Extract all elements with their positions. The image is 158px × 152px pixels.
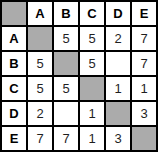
column-header-C: C — [80, 2, 104, 25]
column-header-D: D — [106, 2, 130, 25]
cell-B-B — [54, 52, 78, 75]
cell-A-A — [28, 27, 52, 50]
corner-cell — [2, 2, 26, 25]
column-header-E: E — [132, 2, 156, 25]
cell-C-B: 5 — [54, 77, 78, 100]
cell-A-C: 5 — [80, 27, 104, 50]
cell-C-D: 1 — [106, 77, 130, 100]
cell-E-E — [132, 127, 156, 150]
cell-E-D: 3 — [106, 127, 130, 150]
cell-D-C: 1 — [80, 102, 104, 125]
column-header-B: B — [54, 2, 78, 25]
cell-B-E: 7 — [132, 52, 156, 75]
cell-E-A: 7 — [28, 127, 52, 150]
cell-C-E: 1 — [132, 77, 156, 100]
cell-D-D — [106, 102, 130, 125]
column-header-A: A — [28, 2, 52, 25]
cell-D-E: 3 — [132, 102, 156, 125]
cell-B-D — [106, 52, 130, 75]
row-header-B: B — [2, 52, 26, 75]
row-header-D: D — [2, 102, 26, 125]
cell-E-C: 1 — [80, 127, 104, 150]
cell-C-C — [80, 77, 104, 100]
cell-E-B: 7 — [54, 127, 78, 150]
cell-A-E: 7 — [132, 27, 156, 50]
cell-B-C: 5 — [80, 52, 104, 75]
cell-A-B: 5 — [54, 27, 78, 50]
row-header-E: E — [2, 127, 26, 150]
cell-A-D: 2 — [106, 27, 130, 50]
row-header-C: C — [2, 77, 26, 100]
cell-D-B — [54, 102, 78, 125]
row-header-A: A — [2, 27, 26, 50]
distance-matrix-grid: ABCDEA5527B557C5511D213E7713 — [0, 0, 158, 152]
cell-D-A: 2 — [28, 102, 52, 125]
cell-C-A: 5 — [28, 77, 52, 100]
cell-B-A: 5 — [28, 52, 52, 75]
